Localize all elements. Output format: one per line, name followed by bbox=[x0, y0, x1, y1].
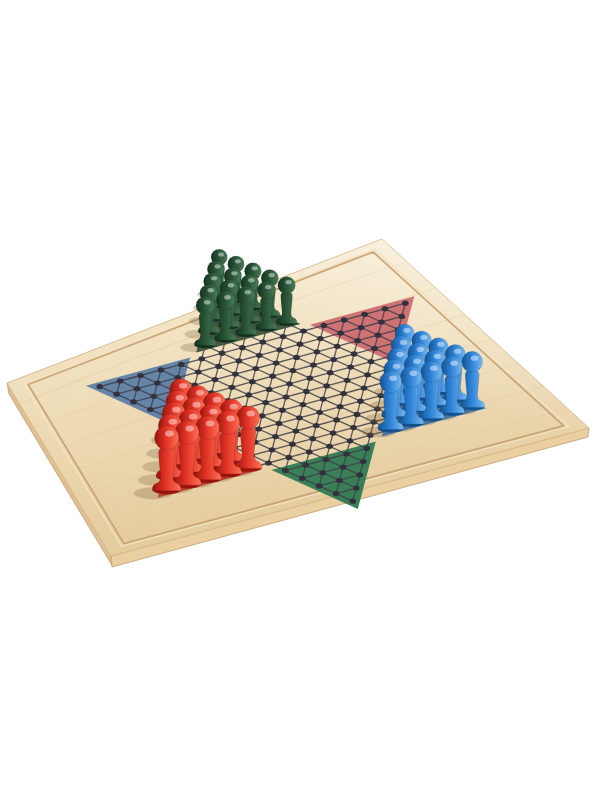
peg-head bbox=[257, 281, 275, 299]
peg-head-highlight bbox=[213, 397, 221, 403]
peg-head bbox=[400, 366, 422, 388]
peg-head-highlight bbox=[420, 335, 427, 340]
peg-head-highlight bbox=[410, 371, 418, 376]
peg-head-highlight bbox=[413, 359, 421, 364]
peg-head-highlight bbox=[172, 407, 180, 413]
peg-head bbox=[441, 356, 462, 377]
peg-head-highlight bbox=[211, 276, 217, 280]
peg-head-highlight bbox=[285, 280, 291, 284]
peg-head-highlight bbox=[269, 273, 275, 277]
peg-head-highlight bbox=[437, 342, 444, 347]
peg-head-highlight bbox=[454, 349, 461, 354]
peg-head-highlight bbox=[185, 426, 194, 432]
peg-head bbox=[216, 411, 240, 435]
peg-head-highlight bbox=[218, 252, 224, 256]
peg-head-highlight bbox=[209, 409, 217, 415]
peg-head-highlight bbox=[248, 278, 254, 282]
peg-head-highlight bbox=[450, 361, 458, 366]
peg-head bbox=[216, 291, 234, 309]
peg-head bbox=[196, 296, 214, 314]
peg-head bbox=[236, 406, 259, 429]
peg-head-highlight bbox=[434, 354, 442, 359]
peg-head-highlight bbox=[215, 264, 221, 268]
peg-head-highlight bbox=[192, 402, 200, 408]
peg-head bbox=[278, 276, 295, 293]
peg-head-highlight bbox=[228, 283, 234, 287]
peg-head-highlight bbox=[430, 366, 438, 371]
peg-head-highlight bbox=[265, 285, 271, 289]
peg-head-highlight bbox=[206, 421, 215, 427]
peg-head-highlight bbox=[189, 414, 197, 420]
peg-head bbox=[380, 371, 402, 393]
peg-head-highlight bbox=[207, 288, 213, 292]
peg-head bbox=[155, 426, 179, 450]
peg-head-highlight bbox=[196, 390, 204, 396]
peg-head-highlight bbox=[224, 295, 231, 300]
peg-head-highlight bbox=[235, 259, 241, 263]
peg-head-highlight bbox=[176, 395, 184, 401]
peg-head-highlight bbox=[400, 340, 407, 345]
product-photo-canvas bbox=[0, 0, 600, 800]
peg-head-highlight bbox=[204, 300, 211, 305]
chinese-checkers-board-photo bbox=[0, 0, 600, 800]
peg-head-highlight bbox=[396, 352, 403, 357]
peg-head-highlight bbox=[389, 376, 397, 381]
peg-head bbox=[421, 361, 442, 382]
peg-head-highlight bbox=[403, 328, 410, 333]
peg-head-highlight bbox=[417, 347, 424, 352]
peg-head-highlight bbox=[230, 404, 238, 410]
peg-head bbox=[462, 351, 483, 372]
peg-head bbox=[237, 286, 255, 304]
peg-head-highlight bbox=[245, 290, 251, 294]
peg-head-highlight bbox=[226, 416, 235, 422]
peg-head-highlight bbox=[393, 364, 401, 369]
peg-head-highlight bbox=[165, 431, 174, 437]
peg-head-highlight bbox=[252, 266, 258, 270]
peg-head-highlight bbox=[471, 356, 479, 361]
peg-head-highlight bbox=[179, 383, 187, 389]
peg-head-highlight bbox=[246, 411, 254, 417]
peg-head-highlight bbox=[169, 419, 178, 425]
peg-head bbox=[196, 416, 220, 440]
peg-head-highlight bbox=[231, 271, 237, 275]
